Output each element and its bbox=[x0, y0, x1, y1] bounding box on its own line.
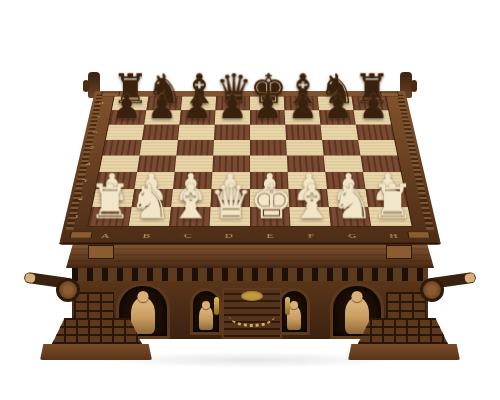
square-a6[interactable] bbox=[106, 125, 144, 140]
square-g7[interactable]: ♟ bbox=[319, 110, 356, 124]
square-c5[interactable] bbox=[176, 140, 214, 156]
square-b7[interactable]: ♟ bbox=[144, 110, 181, 124]
white-queen[interactable]: ♛ bbox=[210, 177, 250, 225]
file-label-h: H bbox=[373, 233, 415, 239]
square-h6[interactable] bbox=[356, 125, 394, 140]
file-label-a: A bbox=[85, 233, 127, 239]
square-g5[interactable] bbox=[322, 140, 360, 156]
cannon-muzzle bbox=[25, 273, 36, 283]
square-g6[interactable] bbox=[321, 125, 359, 140]
square-h1[interactable]: ♜ bbox=[368, 207, 411, 226]
square-f1[interactable]: ♝ bbox=[289, 207, 330, 226]
chess-board: 8 7 6 5 4 3 2 1 ♜♞♝♛♚♝♞♜♟♟♟♟♟♟♟♟♟♟♟♟♟♟♟♟… bbox=[79, 0, 421, 330]
file-label-g: G bbox=[332, 233, 374, 239]
white-bishop[interactable]: ♝ bbox=[169, 177, 209, 225]
white-bishop[interactable]: ♝ bbox=[290, 177, 330, 225]
cannon-wheel-icon bbox=[56, 278, 80, 302]
white-knight[interactable]: ♞ bbox=[331, 177, 371, 225]
file-label-b: B bbox=[126, 233, 168, 239]
black-pawn[interactable]: ♟ bbox=[109, 91, 144, 124]
square-a7[interactable]: ♟ bbox=[109, 110, 146, 124]
black-pawn[interactable]: ♟ bbox=[320, 91, 355, 124]
square-e5[interactable] bbox=[250, 140, 287, 156]
file-label-f: F bbox=[291, 233, 333, 239]
black-pawn[interactable]: ♟ bbox=[250, 91, 285, 124]
product-photo-scene: 8 7 6 5 4 3 2 1 ♜♞♝♛♚♝♞♜♟♟♟♟♟♟♟♟♟♟♟♟♟♟♟♟… bbox=[0, 0, 500, 400]
square-g1[interactable]: ♞ bbox=[329, 207, 371, 226]
square-d6[interactable] bbox=[214, 125, 250, 140]
white-rook[interactable]: ♜ bbox=[371, 177, 411, 225]
square-e7[interactable]: ♟ bbox=[250, 110, 285, 124]
square-b5[interactable] bbox=[140, 140, 178, 156]
foot-right-slab bbox=[348, 344, 460, 360]
square-d5[interactable] bbox=[213, 140, 250, 156]
square-b6[interactable] bbox=[142, 125, 180, 140]
file-label-e: E bbox=[250, 233, 291, 239]
black-pawn[interactable]: ♟ bbox=[285, 91, 320, 124]
file-label-c: C bbox=[167, 233, 209, 239]
file-label-d: D bbox=[209, 233, 250, 239]
square-b1[interactable]: ♞ bbox=[129, 207, 171, 226]
square-d1[interactable]: ♛ bbox=[210, 207, 250, 226]
cannon-muzzle bbox=[464, 273, 475, 283]
square-e1[interactable]: ♚ bbox=[250, 207, 290, 226]
square-h7[interactable]: ♟ bbox=[354, 110, 391, 124]
square-a5[interactable] bbox=[103, 140, 142, 156]
square-h5[interactable] bbox=[358, 140, 397, 156]
square-c1[interactable]: ♝ bbox=[169, 207, 210, 226]
black-pawn[interactable]: ♟ bbox=[144, 91, 179, 124]
cannon-carving-right bbox=[414, 266, 476, 302]
file-labels: A B C D E F G H bbox=[85, 233, 415, 239]
black-pawn[interactable]: ♟ bbox=[356, 91, 391, 124]
board-grid: ♜♞♝♛♚♝♞♜♟♟♟♟♟♟♟♟♟♟♟♟♟♟♟♟♜♞♝♛♚♝♞♜ bbox=[87, 96, 413, 226]
square-c6[interactable] bbox=[178, 125, 215, 140]
square-c7[interactable]: ♟ bbox=[179, 110, 215, 124]
white-rook[interactable]: ♜ bbox=[89, 177, 129, 225]
square-d7[interactable]: ♟ bbox=[215, 110, 250, 124]
white-knight[interactable]: ♞ bbox=[129, 177, 169, 225]
cannon-wheel-icon bbox=[420, 278, 444, 302]
black-pawn[interactable]: ♟ bbox=[215, 91, 250, 124]
square-f6[interactable] bbox=[285, 125, 322, 140]
square-f5[interactable] bbox=[286, 140, 324, 156]
board-frame: 8 7 6 5 4 3 2 1 ♜♞♝♛♚♝♞♜♟♟♟♟♟♟♟♟♟♟♟♟♟♟♟♟… bbox=[59, 91, 440, 243]
square-a1[interactable]: ♜ bbox=[88, 207, 131, 226]
foot-left-slab bbox=[40, 344, 152, 360]
square-e6[interactable] bbox=[250, 125, 286, 140]
white-king[interactable]: ♚ bbox=[250, 177, 290, 225]
square-f7[interactable]: ♟ bbox=[285, 110, 321, 124]
black-pawn[interactable]: ♟ bbox=[180, 91, 215, 124]
cannon-carving-left bbox=[24, 266, 86, 302]
